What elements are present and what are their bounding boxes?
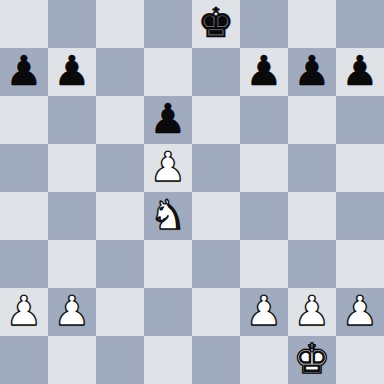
piece-white-pawn[interactable]: ♟ xyxy=(342,288,379,335)
piece-black-pawn[interactable]: ♟ xyxy=(246,48,283,95)
square-d6[interactable]: ♟ xyxy=(144,96,192,144)
square-c4[interactable] xyxy=(96,192,144,240)
square-a1[interactable] xyxy=(0,336,48,384)
square-g4[interactable] xyxy=(288,192,336,240)
piece-white-pawn[interactable]: ♟ xyxy=(6,288,43,335)
square-e2[interactable] xyxy=(192,288,240,336)
square-c8[interactable] xyxy=(96,0,144,48)
square-h7[interactable]: ♟ xyxy=(336,48,384,96)
square-a4[interactable] xyxy=(0,192,48,240)
square-d2[interactable] xyxy=(144,288,192,336)
square-a7[interactable]: ♟ xyxy=(0,48,48,96)
square-d3[interactable] xyxy=(144,240,192,288)
piece-black-pawn[interactable]: ♟ xyxy=(294,48,331,95)
square-f4[interactable] xyxy=(240,192,288,240)
square-h5[interactable] xyxy=(336,144,384,192)
square-e1[interactable] xyxy=(192,336,240,384)
square-d7[interactable] xyxy=(144,48,192,96)
square-h8[interactable] xyxy=(336,0,384,48)
square-c5[interactable] xyxy=(96,144,144,192)
chess-board: ♚♟♟♟♟♟♟♟♞♟♟♟♟♟♚ xyxy=(0,0,384,384)
square-d5[interactable]: ♟ xyxy=(144,144,192,192)
square-b2[interactable]: ♟ xyxy=(48,288,96,336)
square-h6[interactable] xyxy=(336,96,384,144)
piece-white-pawn[interactable]: ♟ xyxy=(246,288,283,335)
piece-black-pawn[interactable]: ♟ xyxy=(150,96,187,143)
square-b6[interactable] xyxy=(48,96,96,144)
square-b4[interactable] xyxy=(48,192,96,240)
square-g7[interactable]: ♟ xyxy=(288,48,336,96)
square-f5[interactable] xyxy=(240,144,288,192)
square-e5[interactable] xyxy=(192,144,240,192)
square-a3[interactable] xyxy=(0,240,48,288)
square-e6[interactable] xyxy=(192,96,240,144)
square-h3[interactable] xyxy=(336,240,384,288)
square-e8[interactable]: ♚ xyxy=(192,0,240,48)
square-e3[interactable] xyxy=(192,240,240,288)
square-a6[interactable] xyxy=(0,96,48,144)
piece-white-pawn[interactable]: ♟ xyxy=(150,144,187,191)
square-f7[interactable]: ♟ xyxy=(240,48,288,96)
square-f6[interactable] xyxy=(240,96,288,144)
square-f2[interactable]: ♟ xyxy=(240,288,288,336)
square-g2[interactable]: ♟ xyxy=(288,288,336,336)
square-g5[interactable] xyxy=(288,144,336,192)
piece-white-pawn[interactable]: ♟ xyxy=(54,288,91,335)
square-c1[interactable] xyxy=(96,336,144,384)
square-c2[interactable] xyxy=(96,288,144,336)
square-h4[interactable] xyxy=(336,192,384,240)
square-a5[interactable] xyxy=(0,144,48,192)
square-b7[interactable]: ♟ xyxy=(48,48,96,96)
square-a8[interactable] xyxy=(0,0,48,48)
square-g1[interactable]: ♚ xyxy=(288,336,336,384)
square-d1[interactable] xyxy=(144,336,192,384)
square-b1[interactable] xyxy=(48,336,96,384)
piece-black-pawn[interactable]: ♟ xyxy=(342,48,379,95)
square-c7[interactable] xyxy=(96,48,144,96)
square-b8[interactable] xyxy=(48,0,96,48)
piece-white-king[interactable]: ♚ xyxy=(294,336,331,383)
square-a2[interactable]: ♟ xyxy=(0,288,48,336)
square-b3[interactable] xyxy=(48,240,96,288)
piece-black-pawn[interactable]: ♟ xyxy=(54,48,91,95)
piece-white-knight[interactable]: ♞ xyxy=(150,192,187,239)
square-c3[interactable] xyxy=(96,240,144,288)
piece-black-king[interactable]: ♚ xyxy=(198,0,235,47)
square-g3[interactable] xyxy=(288,240,336,288)
piece-black-pawn[interactable]: ♟ xyxy=(6,48,43,95)
square-f3[interactable] xyxy=(240,240,288,288)
square-e4[interactable] xyxy=(192,192,240,240)
square-c6[interactable] xyxy=(96,96,144,144)
square-d4[interactable]: ♞ xyxy=(144,192,192,240)
square-h2[interactable]: ♟ xyxy=(336,288,384,336)
piece-white-pawn[interactable]: ♟ xyxy=(294,288,331,335)
square-b5[interactable] xyxy=(48,144,96,192)
square-h1[interactable] xyxy=(336,336,384,384)
square-d8[interactable] xyxy=(144,0,192,48)
square-e7[interactable] xyxy=(192,48,240,96)
square-f8[interactable] xyxy=(240,0,288,48)
square-f1[interactable] xyxy=(240,336,288,384)
square-g8[interactable] xyxy=(288,0,336,48)
square-g6[interactable] xyxy=(288,96,336,144)
